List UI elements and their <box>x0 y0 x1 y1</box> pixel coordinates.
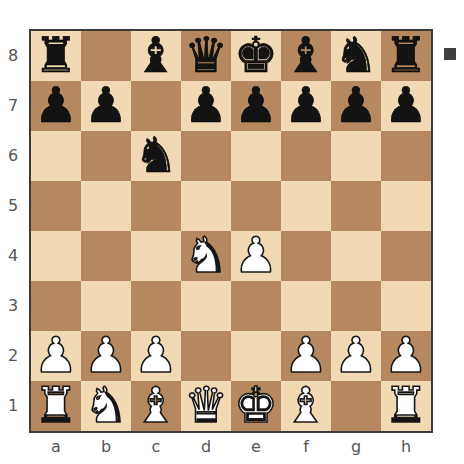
square-c4[interactable] <box>131 231 181 281</box>
piece-black-rook[interactable]: ♜ <box>384 31 428 80</box>
square-h1[interactable]: ♜ <box>381 381 431 431</box>
square-e8[interactable]: ♚ <box>231 31 281 81</box>
square-f1[interactable]: ♝ <box>281 381 331 431</box>
piece-black-pawn[interactable]: ♟ <box>284 81 328 130</box>
square-e3[interactable] <box>231 281 281 331</box>
square-a7[interactable]: ♟ <box>31 81 81 131</box>
square-e2[interactable] <box>231 331 281 381</box>
file-label-c: c <box>131 433 181 461</box>
chess-app: 87654321 ♜♝♛♚♝♞♜♟♟♟♟♟♟♟♞♞♟♟♟♟♟♟♟♜♞♝♛♚♝♜ … <box>0 0 464 464</box>
file-label-g: g <box>331 433 381 461</box>
piece-black-pawn[interactable]: ♟ <box>234 81 278 130</box>
square-c5[interactable] <box>131 181 181 231</box>
board-frame: ♜♝♛♚♝♞♜♟♟♟♟♟♟♟♞♞♟♟♟♟♟♟♟♜♞♝♛♚♝♜ <box>29 29 433 433</box>
rank-label-8: 8 <box>0 31 26 81</box>
square-d8[interactable]: ♛ <box>181 31 231 81</box>
piece-black-knight[interactable]: ♞ <box>334 31 378 80</box>
square-g3[interactable] <box>331 281 381 331</box>
file-label-e: e <box>231 433 281 461</box>
file-labels: abcdefgh <box>31 433 431 461</box>
square-h6[interactable] <box>381 131 431 181</box>
square-a6[interactable] <box>31 131 81 181</box>
square-e4[interactable]: ♟ <box>231 231 281 281</box>
square-c2[interactable]: ♟ <box>131 331 181 381</box>
square-h8[interactable]: ♜ <box>381 31 431 81</box>
piece-white-pawn[interactable]: ♟ <box>134 331 178 380</box>
square-e7[interactable]: ♟ <box>231 81 281 131</box>
square-c1[interactable]: ♝ <box>131 381 181 431</box>
side-to-move-indicator <box>444 48 456 60</box>
square-a2[interactable]: ♟ <box>31 331 81 381</box>
piece-black-knight[interactable]: ♞ <box>134 131 178 180</box>
square-g2[interactable]: ♟ <box>331 331 381 381</box>
square-f4[interactable] <box>281 231 331 281</box>
square-d5[interactable] <box>181 181 231 231</box>
square-f5[interactable] <box>281 181 331 231</box>
rank-label-2: 2 <box>0 331 26 381</box>
rank-label-4: 4 <box>0 231 26 281</box>
piece-white-pawn[interactable]: ♟ <box>384 331 428 380</box>
square-f3[interactable] <box>281 281 331 331</box>
square-d6[interactable] <box>181 131 231 181</box>
piece-white-rook[interactable]: ♜ <box>34 381 78 430</box>
square-c6[interactable]: ♞ <box>131 131 181 181</box>
square-g7[interactable]: ♟ <box>331 81 381 131</box>
file-label-f: f <box>281 433 331 461</box>
square-b6[interactable] <box>81 131 131 181</box>
piece-white-knight[interactable]: ♞ <box>184 231 228 280</box>
piece-white-pawn[interactable]: ♟ <box>84 331 128 380</box>
square-h7[interactable]: ♟ <box>381 81 431 131</box>
square-a8[interactable]: ♜ <box>31 31 81 81</box>
square-b7[interactable]: ♟ <box>81 81 131 131</box>
square-h4[interactable] <box>381 231 431 281</box>
square-e5[interactable] <box>231 181 281 231</box>
square-b3[interactable] <box>81 281 131 331</box>
piece-black-bishop[interactable]: ♝ <box>284 31 328 80</box>
square-b2[interactable]: ♟ <box>81 331 131 381</box>
piece-white-queen[interactable]: ♛ <box>184 381 228 430</box>
square-f7[interactable]: ♟ <box>281 81 331 131</box>
square-b8[interactable] <box>81 31 131 81</box>
piece-white-pawn[interactable]: ♟ <box>234 231 278 280</box>
square-g1[interactable] <box>331 381 381 431</box>
piece-black-pawn[interactable]: ♟ <box>34 81 78 130</box>
square-b4[interactable] <box>81 231 131 281</box>
rank-label-5: 5 <box>0 181 26 231</box>
square-d7[interactable]: ♟ <box>181 81 231 131</box>
rank-label-3: 3 <box>0 281 26 331</box>
piece-black-bishop[interactable]: ♝ <box>134 31 178 80</box>
piece-black-pawn[interactable]: ♟ <box>84 81 128 130</box>
square-h3[interactable] <box>381 281 431 331</box>
file-label-d: d <box>181 433 231 461</box>
square-d3[interactable] <box>181 281 231 331</box>
square-a4[interactable] <box>31 231 81 281</box>
square-b5[interactable] <box>81 181 131 231</box>
piece-white-knight[interactable]: ♞ <box>84 381 128 430</box>
square-c8[interactable]: ♝ <box>131 31 181 81</box>
piece-white-pawn[interactable]: ♟ <box>334 331 378 380</box>
square-e1[interactable]: ♚ <box>231 381 281 431</box>
piece-white-bishop[interactable]: ♝ <box>134 381 178 430</box>
rank-label-7: 7 <box>0 81 26 131</box>
file-label-h: h <box>381 433 431 461</box>
square-h5[interactable] <box>381 181 431 231</box>
square-g5[interactable] <box>331 181 381 231</box>
square-c3[interactable] <box>131 281 181 331</box>
square-b1[interactable]: ♞ <box>81 381 131 431</box>
piece-white-pawn[interactable]: ♟ <box>284 331 328 380</box>
square-d4[interactable]: ♞ <box>181 231 231 281</box>
piece-black-pawn[interactable]: ♟ <box>334 81 378 130</box>
rank-label-6: 6 <box>0 131 26 181</box>
piece-black-king[interactable]: ♚ <box>234 31 278 80</box>
square-f6[interactable] <box>281 131 331 181</box>
square-g4[interactable] <box>331 231 381 281</box>
square-a3[interactable] <box>31 281 81 331</box>
square-f2[interactable]: ♟ <box>281 331 331 381</box>
square-g6[interactable] <box>331 131 381 181</box>
file-label-a: a <box>31 433 81 461</box>
square-a1[interactable]: ♜ <box>31 381 81 431</box>
piece-white-king[interactable]: ♚ <box>234 381 278 430</box>
square-e6[interactable] <box>231 131 281 181</box>
piece-white-pawn[interactable]: ♟ <box>34 331 78 380</box>
file-label-b: b <box>81 433 131 461</box>
piece-black-rook[interactable]: ♜ <box>34 31 78 80</box>
piece-black-pawn[interactable]: ♟ <box>184 81 228 130</box>
piece-black-pawn[interactable]: ♟ <box>384 81 428 130</box>
square-c7[interactable] <box>131 81 181 131</box>
rank-label-1: 1 <box>0 381 26 431</box>
piece-black-queen[interactable]: ♛ <box>184 31 228 80</box>
square-h2[interactable]: ♟ <box>381 331 431 381</box>
square-a5[interactable] <box>31 181 81 231</box>
square-d2[interactable] <box>181 331 231 381</box>
piece-white-rook[interactable]: ♜ <box>384 381 428 430</box>
rank-labels: 87654321 <box>0 31 26 431</box>
square-g8[interactable]: ♞ <box>331 31 381 81</box>
square-f8[interactable]: ♝ <box>281 31 331 81</box>
chessboard: ♜♝♛♚♝♞♜♟♟♟♟♟♟♟♞♞♟♟♟♟♟♟♟♜♞♝♛♚♝♜ <box>31 31 431 431</box>
square-d1[interactable]: ♛ <box>181 381 231 431</box>
piece-white-bishop[interactable]: ♝ <box>284 381 328 430</box>
